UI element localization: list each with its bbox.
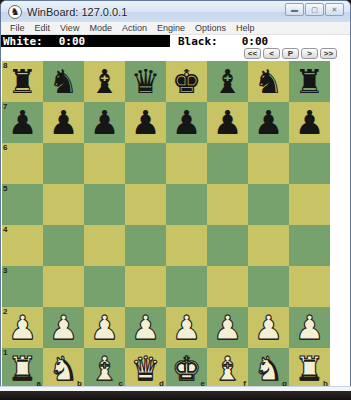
square-g6[interactable] <box>248 143 289 184</box>
square-e4[interactable] <box>166 225 207 266</box>
piece-white-queen[interactable]: ♛ <box>125 348 166 389</box>
menu-bar: FileEditViewModeActionEngineOptionsHelp <box>1 22 350 35</box>
square-c4[interactable] <box>84 225 125 266</box>
winboard-knight-icon: ♞ <box>8 5 22 19</box>
title-bar[interactable]: ♞ WinBoard: 127.0.0.1 ▬ ▢ ✕ <box>1 1 350 22</box>
square-a4[interactable]: 4 <box>2 225 43 266</box>
piece-white-pawn[interactable]: ♟ <box>207 307 248 348</box>
piece-white-bishop[interactable]: ♝ <box>207 348 248 389</box>
piece-white-pawn[interactable]: ♟ <box>248 307 289 348</box>
chess-board: 8♜♞♝♛♚♝♞♜7♟♟♟♟♟♟♟♟65432♟♟♟♟♟♟♟♟1a♜b♞c♝d♛… <box>2 61 330 389</box>
nav-step-forward-button[interactable]: > <box>301 48 318 59</box>
square-a7[interactable]: 7♟ <box>2 102 43 143</box>
square-g3[interactable] <box>248 266 289 307</box>
minimize-button[interactable]: ▬ <box>285 3 304 16</box>
square-a6[interactable]: 6 <box>2 143 43 184</box>
square-h4[interactable] <box>289 225 330 266</box>
square-e2[interactable]: ♟ <box>166 307 207 348</box>
square-f6[interactable] <box>207 143 248 184</box>
square-d3[interactable] <box>125 266 166 307</box>
square-c6[interactable] <box>84 143 125 184</box>
maximize-button[interactable]: ▢ <box>305 3 324 16</box>
nav-step-back-button[interactable]: < <box>263 48 280 59</box>
square-h8[interactable]: ♜ <box>289 61 330 102</box>
square-e8[interactable]: ♚ <box>166 61 207 102</box>
desktop-background <box>0 391 351 400</box>
piece-black-bishop[interactable]: ♝ <box>207 61 248 102</box>
winboard-window: ♞ WinBoard: 127.0.0.1 ▬ ▢ ✕ FileEditView… <box>0 0 351 391</box>
rank-label-3: 3 <box>3 267 7 275</box>
piece-black-pawn[interactable]: ♟ <box>2 102 43 143</box>
clock-row: White: 0:00 Black: 0:00 <box>1 35 350 47</box>
square-a5[interactable]: 5 <box>2 184 43 225</box>
square-f8[interactable]: ♝ <box>207 61 248 102</box>
menu-view[interactable]: View <box>55 22 84 35</box>
square-e6[interactable] <box>166 143 207 184</box>
piece-black-knight[interactable]: ♞ <box>43 61 84 102</box>
square-a3[interactable]: 3 <box>2 266 43 307</box>
piece-white-knight[interactable]: ♞ <box>43 348 84 389</box>
square-c1[interactable]: c♝ <box>84 348 125 389</box>
piece-black-bishop[interactable]: ♝ <box>84 61 125 102</box>
black-clock-label: Black: <box>178 35 218 48</box>
white-clock-label: White: <box>3 35 43 48</box>
square-h2[interactable]: ♟ <box>289 307 330 348</box>
square-h3[interactable] <box>289 266 330 307</box>
white-clock[interactable]: White: 0:00 <box>1 35 170 47</box>
piece-white-pawn[interactable]: ♟ <box>125 307 166 348</box>
piece-black-rook[interactable]: ♜ <box>2 61 43 102</box>
square-c5[interactable] <box>84 184 125 225</box>
square-c7[interactable]: ♟ <box>84 102 125 143</box>
square-d6[interactable] <box>125 143 166 184</box>
nav-rewind-to-start-button[interactable]: << <box>244 48 261 59</box>
black-clock[interactable]: Black: 0:00 <box>178 35 268 47</box>
square-d8[interactable]: ♛ <box>125 61 166 102</box>
piece-black-pawn[interactable]: ♟ <box>248 102 289 143</box>
client-area: White: 0:00 Black: 0:00 <<<P>>> 8♜♞♝♛♚♝♞… <box>1 35 350 389</box>
board-frame: 8♜♞♝♛♚♝♞♜7♟♟♟♟♟♟♟♟65432♟♟♟♟♟♟♟♟1a♜b♞c♝d♛… <box>1 60 350 389</box>
square-d5[interactable] <box>125 184 166 225</box>
square-d7[interactable]: ♟ <box>125 102 166 143</box>
square-f1[interactable]: f♝ <box>207 348 248 389</box>
square-e3[interactable] <box>166 266 207 307</box>
menu-options[interactable]: Options <box>190 22 231 35</box>
game-navigation-bar: <<<P>>> <box>1 47 350 60</box>
square-f5[interactable] <box>207 184 248 225</box>
square-f7[interactable]: ♟ <box>207 102 248 143</box>
square-d4[interactable] <box>125 225 166 266</box>
rank-label-5: 5 <box>3 185 7 193</box>
square-b1[interactable]: b♞ <box>43 348 84 389</box>
square-b2[interactable]: ♟ <box>43 307 84 348</box>
piece-white-knight[interactable]: ♞ <box>248 348 289 389</box>
square-g2[interactable]: ♟ <box>248 307 289 348</box>
menu-mode[interactable]: Mode <box>84 22 117 35</box>
square-a1[interactable]: 1a♜ <box>2 348 43 389</box>
rank-label-6: 6 <box>3 144 7 152</box>
piece-white-pawn[interactable]: ♟ <box>84 307 125 348</box>
piece-white-rook[interactable]: ♜ <box>289 348 330 389</box>
square-e7[interactable]: ♟ <box>166 102 207 143</box>
square-b7[interactable]: ♟ <box>43 102 84 143</box>
square-c8[interactable]: ♝ <box>84 61 125 102</box>
piece-white-rook[interactable]: ♜ <box>2 348 43 389</box>
menu-help[interactable]: Help <box>231 22 260 35</box>
square-e5[interactable] <box>166 184 207 225</box>
menu-action[interactable]: Action <box>117 22 152 35</box>
square-a8[interactable]: 8♜ <box>2 61 43 102</box>
square-h5[interactable] <box>289 184 330 225</box>
window-title: WinBoard: 127.0.0.1 <box>27 6 127 18</box>
piece-black-pawn[interactable]: ♟ <box>125 102 166 143</box>
menu-edit[interactable]: Edit <box>30 22 56 35</box>
square-f3[interactable] <box>207 266 248 307</box>
square-g8[interactable]: ♞ <box>248 61 289 102</box>
rank-label-4: 4 <box>3 226 7 234</box>
piece-black-queen[interactable]: ♛ <box>125 61 166 102</box>
close-button[interactable]: ✕ <box>325 3 344 16</box>
window-controls: ▬ ▢ ✕ <box>285 3 344 16</box>
black-clock-time: 0:00 <box>242 35 269 48</box>
piece-black-pawn[interactable]: ♟ <box>166 102 207 143</box>
piece-black-pawn[interactable]: ♟ <box>43 102 84 143</box>
square-h1[interactable]: h♜ <box>289 348 330 389</box>
square-c2[interactable]: ♟ <box>84 307 125 348</box>
piece-black-king[interactable]: ♚ <box>166 61 207 102</box>
square-f2[interactable]: ♟ <box>207 307 248 348</box>
piece-white-bishop[interactable]: ♝ <box>84 348 125 389</box>
square-b8[interactable]: ♞ <box>43 61 84 102</box>
square-b5[interactable] <box>43 184 84 225</box>
piece-white-pawn[interactable]: ♟ <box>289 307 330 348</box>
square-g4[interactable] <box>248 225 289 266</box>
screen: ♞ WinBoard: 127.0.0.1 ▬ ▢ ✕ FileEditView… <box>0 0 351 400</box>
piece-white-king[interactable]: ♚ <box>166 348 207 389</box>
square-b6[interactable] <box>43 143 84 184</box>
piece-black-knight[interactable]: ♞ <box>248 61 289 102</box>
square-c3[interactable] <box>84 266 125 307</box>
piece-black-rook[interactable]: ♜ <box>289 61 330 102</box>
menu-file[interactable]: File <box>5 22 30 35</box>
nav-fast-forward-button[interactable]: >> <box>320 48 337 59</box>
menu-engine[interactable]: Engine <box>152 22 190 35</box>
piece-black-pawn[interactable]: ♟ <box>289 102 330 143</box>
square-e1[interactable]: e♚ <box>166 348 207 389</box>
square-g1[interactable]: g♞ <box>248 348 289 389</box>
square-h7[interactable]: ♟ <box>289 102 330 143</box>
square-d1[interactable]: d♛ <box>125 348 166 389</box>
square-a2[interactable]: 2♟ <box>2 307 43 348</box>
piece-white-pawn[interactable]: ♟ <box>2 307 43 348</box>
square-d2[interactable]: ♟ <box>125 307 166 348</box>
white-clock-time: 0:00 <box>59 35 86 48</box>
square-g5[interactable] <box>248 184 289 225</box>
nav-pause-button[interactable]: P <box>282 48 299 59</box>
square-b3[interactable] <box>43 266 84 307</box>
square-g7[interactable]: ♟ <box>248 102 289 143</box>
piece-black-pawn[interactable]: ♟ <box>207 102 248 143</box>
square-f4[interactable] <box>207 225 248 266</box>
piece-white-pawn[interactable]: ♟ <box>43 307 84 348</box>
piece-white-pawn[interactable]: ♟ <box>166 307 207 348</box>
piece-black-pawn[interactable]: ♟ <box>84 102 125 143</box>
square-b4[interactable] <box>43 225 84 266</box>
square-h6[interactable] <box>289 143 330 184</box>
